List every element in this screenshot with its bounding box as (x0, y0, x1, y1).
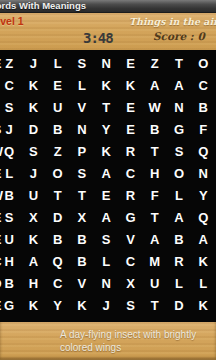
grid-cell[interactable]: S (94, 229, 118, 251)
grid-cell[interactable]: J (0, 118, 21, 140)
grid-cell[interactable]: S (21, 140, 45, 162)
app-screen: Words With Meanings Level 1 Things in th… (0, 0, 216, 360)
grid-cell[interactable]: S (118, 295, 142, 317)
grid-cell[interactable]: K (21, 295, 45, 317)
grid-cell-partial[interactable]: C (0, 251, 3, 273)
category-label: Things in the air (129, 16, 216, 27)
grid-cell-partial[interactable]: W (0, 140, 3, 162)
grid-cell[interactable]: A (94, 162, 118, 184)
grid-cell[interactable]: X (70, 207, 94, 229)
grid-cell[interactable]: B (167, 229, 191, 251)
grid-cell[interactable]: K (118, 74, 142, 96)
grid-cell[interactable]: Q (191, 207, 215, 229)
grid-cell[interactable]: B (70, 251, 94, 273)
grid-cell[interactable]: E (94, 184, 118, 206)
grid-cell-partial[interactable]: E (0, 229, 3, 251)
grid-cell[interactable]: A (167, 74, 191, 96)
grid-cell[interactable]: K (191, 251, 215, 273)
grid-cell[interactable]: N (167, 96, 191, 118)
grid-cell[interactable]: A (143, 229, 167, 251)
grid-cell-partial[interactable]: D (0, 273, 3, 295)
grid-cell[interactable]: E (46, 74, 70, 96)
grid-cell[interactable]: U (143, 273, 167, 295)
grid-cell[interactable]: N (94, 52, 118, 74)
grid-cell[interactable]: F (191, 118, 215, 140)
grid-cell[interactable]: V (70, 96, 94, 118)
grid-cell[interactable]: H (143, 162, 167, 184)
grid-cell[interactable]: K (70, 295, 94, 317)
grid-cell-partial[interactable]: E (0, 295, 3, 317)
grid-cell[interactable]: S (70, 52, 94, 74)
grid-cell[interactable]: V (70, 273, 94, 295)
grid-cell[interactable]: A (21, 251, 45, 273)
grid-cell[interactable]: L (94, 251, 118, 273)
grid-cell[interactable]: C (118, 162, 142, 184)
level-label: Level 1 (0, 15, 24, 27)
grid-cell[interactable]: N (94, 273, 118, 295)
grid-cell[interactable]: Q (191, 140, 215, 162)
grid-cell[interactable]: D (21, 118, 45, 140)
grid-cell[interactable]: K (21, 96, 45, 118)
grid-cell[interactable]: L (0, 162, 21, 184)
grid-cell[interactable]: B (143, 118, 167, 140)
grid-cell[interactable]: T (94, 96, 118, 118)
clue-text: A day-flying insect with brightly colore… (60, 328, 212, 354)
grid-cell[interactable]: K (21, 74, 45, 96)
grid-cell[interactable]: Y (46, 295, 70, 317)
grid-cell[interactable]: A (94, 207, 118, 229)
grid-cell[interactable]: L (191, 273, 215, 295)
grid-cell[interactable]: B (70, 229, 94, 251)
grid-cell[interactable]: N (70, 118, 94, 140)
clue-footer: A day-flying insect with brightly colore… (0, 322, 216, 360)
grid-cell[interactable]: K (21, 229, 45, 251)
grid-cell[interactable]: B (191, 96, 215, 118)
grid-cell-partial[interactable]: W (0, 184, 3, 206)
grid-cell[interactable]: E (118, 52, 142, 74)
grid-cell[interactable]: O (46, 162, 70, 184)
grid-cell[interactable]: B (46, 118, 70, 140)
grid-cell[interactable]: B (46, 229, 70, 251)
grid-cell[interactable]: Z (46, 140, 70, 162)
grid-cell[interactable]: S (167, 140, 191, 162)
grid-cell[interactable]: Q (0, 140, 21, 162)
grid-cell[interactable]: X (21, 207, 45, 229)
grid-cell[interactable]: W (143, 96, 167, 118)
grid-cell[interactable]: M (143, 251, 167, 273)
grid-cell[interactable]: S (0, 207, 21, 229)
grid-cell[interactable]: X (118, 273, 142, 295)
grid-cell[interactable]: B (0, 273, 21, 295)
grid-cell[interactable]: T (167, 52, 191, 74)
grid-cell[interactable]: T (46, 184, 70, 206)
app-title: Words With Meanings (0, 0, 86, 12)
grid-cell[interactable]: E (118, 118, 142, 140)
grid-cell[interactable]: R (167, 251, 191, 273)
grid-cell[interactable]: T (70, 184, 94, 206)
grid-cell[interactable]: T (143, 295, 167, 317)
grid-cell[interactable]: A (143, 74, 167, 96)
grid-cell[interactable]: L (167, 273, 191, 295)
grid-cell-partial[interactable]: E (0, 207, 3, 229)
grid-cell[interactable]: C (46, 273, 70, 295)
timer-display: 3:48 (83, 30, 113, 46)
grid-cell[interactable]: F (143, 184, 167, 206)
grid-cell[interactable]: G (0, 295, 21, 317)
grid-cell[interactable]: O (191, 52, 215, 74)
grid-cell[interactable]: R (118, 140, 142, 162)
grid-cell[interactable]: N (191, 162, 215, 184)
grid-cell[interactable]: S (0, 96, 21, 118)
grid-cell[interactable]: C (0, 74, 21, 96)
grid-cell[interactable]: K (191, 295, 215, 317)
score-display: Score : 0 (153, 30, 216, 42)
grid-cell-partial[interactable]: S (0, 118, 3, 140)
grid-cell[interactable]: G (118, 207, 142, 229)
grid-cell[interactable]: J (94, 295, 118, 317)
grid-cell[interactable]: U (46, 96, 70, 118)
grid-cell[interactable]: A (167, 207, 191, 229)
grid-cell[interactable]: L (70, 74, 94, 96)
grid-cell[interactable]: D (167, 295, 191, 317)
grid-cell[interactable]: C (118, 251, 142, 273)
grid-cell[interactable]: Z (143, 52, 167, 74)
grid-cell[interactable]: Y (191, 184, 215, 206)
grid-cell[interactable]: B (0, 184, 21, 206)
grid-cell[interactable]: Y (94, 118, 118, 140)
grid-cell[interactable]: D (46, 207, 70, 229)
grid-cell[interactable]: Q (46, 251, 70, 273)
game-header: Level 1 Things in the air 3:48 Score : 0 (0, 13, 216, 50)
grid-cell[interactable]: A (191, 229, 215, 251)
grid-cell[interactable]: J (21, 52, 45, 74)
grid-cell[interactable]: K (94, 74, 118, 96)
grid-cell[interactable]: H (0, 251, 21, 273)
grid-cell-partial[interactable]: E (0, 52, 3, 74)
grid-cell[interactable]: L (167, 184, 191, 206)
grid-cell[interactable]: P (70, 140, 94, 162)
wordsearch-grid-area[interactable]: ZJLSNEZTOCKELKKAACSKUVTEWNBJDBNYEBGFQSZP… (0, 50, 216, 322)
grid-cell[interactable]: C (191, 74, 215, 96)
grid-cell[interactable]: T (143, 140, 167, 162)
grid-cell[interactable]: T (143, 207, 167, 229)
grid-cell[interactable]: Z (0, 52, 21, 74)
grid-cell[interactable]: L (46, 52, 70, 74)
grid-cell[interactable]: H (21, 273, 45, 295)
grid-cell[interactable]: V (118, 229, 142, 251)
grid-cell-partial[interactable]: E (0, 162, 3, 184)
title-bar: Words With Meanings (0, 0, 216, 13)
grid-cell[interactable]: J (21, 162, 45, 184)
grid-cell[interactable]: U (0, 229, 21, 251)
grid-cell[interactable]: G (167, 118, 191, 140)
wordsearch-board[interactable]: ZJLSNEZTOCKELKKAACSKUVTEWNBJDBNYEBGFQSZP… (0, 52, 215, 317)
grid-cell[interactable]: S (70, 162, 94, 184)
grid-cell[interactable]: R (118, 184, 142, 206)
grid-cell[interactable]: E (118, 96, 142, 118)
grid-cell[interactable]: U (21, 184, 45, 206)
grid-cell[interactable]: K (94, 140, 118, 162)
grid-cell[interactable]: O (167, 162, 191, 184)
